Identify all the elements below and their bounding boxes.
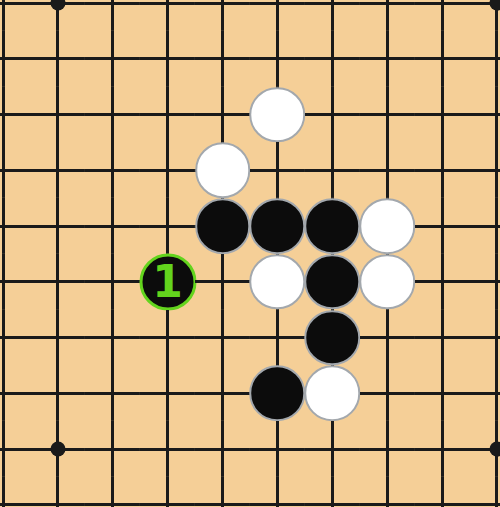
intersection[interactable] [0, 477, 30, 507]
intersection[interactable] [250, 365, 305, 421]
intersection[interactable] [0, 31, 30, 87]
intersection[interactable] [140, 0, 195, 31]
intersection[interactable] [85, 254, 140, 310]
intersection[interactable] [195, 142, 250, 198]
intersection[interactable] [85, 365, 140, 421]
intersection[interactable] [85, 310, 140, 366]
intersection[interactable] [415, 142, 470, 198]
intersection[interactable] [0, 198, 30, 254]
white-stone[interactable] [195, 143, 251, 199]
intersection[interactable] [250, 477, 305, 507]
intersection[interactable] [360, 142, 415, 198]
move-number-label: 1 [152, 260, 183, 304]
intersection[interactable] [0, 421, 30, 477]
intersection[interactable] [305, 365, 360, 421]
black-stone[interactable] [305, 310, 361, 366]
intersection[interactable] [85, 0, 140, 31]
intersection[interactable] [415, 477, 470, 507]
intersection[interactable] [469, 87, 500, 143]
black-stone[interactable] [195, 198, 251, 254]
black-stone[interactable] [305, 198, 361, 254]
intersection[interactable] [85, 87, 140, 143]
intersection[interactable]: 1 [140, 254, 195, 310]
intersection[interactable] [305, 87, 360, 143]
intersection[interactable] [469, 477, 500, 507]
intersection[interactable] [140, 87, 195, 143]
intersection[interactable] [360, 310, 415, 366]
intersection[interactable] [305, 421, 360, 477]
intersection[interactable] [250, 0, 305, 31]
intersection[interactable] [250, 198, 305, 254]
intersection[interactable] [305, 254, 360, 310]
intersection[interactable] [30, 254, 85, 310]
intersection[interactable] [30, 365, 85, 421]
intersection[interactable] [195, 421, 250, 477]
intersection[interactable] [30, 421, 85, 477]
intersection[interactable] [469, 421, 500, 477]
intersection[interactable] [469, 254, 500, 310]
intersection[interactable] [195, 31, 250, 87]
intersection[interactable] [250, 310, 305, 366]
white-stone[interactable] [359, 254, 415, 310]
intersection[interactable] [305, 198, 360, 254]
intersection[interactable] [469, 365, 500, 421]
white-stone[interactable] [305, 366, 361, 422]
intersection[interactable] [140, 142, 195, 198]
intersection[interactable] [140, 31, 195, 87]
intersection[interactable] [415, 421, 470, 477]
intersection[interactable] [85, 477, 140, 507]
intersection[interactable] [415, 198, 470, 254]
intersection[interactable] [469, 198, 500, 254]
white-stone[interactable] [359, 198, 415, 254]
intersection[interactable] [415, 310, 470, 366]
intersection[interactable] [140, 198, 195, 254]
intersection[interactable] [469, 31, 500, 87]
intersection[interactable] [469, 0, 500, 31]
star-point [489, 0, 500, 11]
star-point [489, 442, 500, 457]
intersection[interactable] [195, 477, 250, 507]
intersection[interactable] [30, 477, 85, 507]
intersection[interactable] [140, 477, 195, 507]
intersection[interactable] [360, 31, 415, 87]
intersection[interactable] [85, 31, 140, 87]
intersection[interactable] [469, 310, 500, 366]
intersection[interactable] [85, 142, 140, 198]
intersection[interactable] [469, 142, 500, 198]
intersection[interactable] [85, 421, 140, 477]
intersection[interactable] [250, 31, 305, 87]
white-stone[interactable] [250, 87, 306, 143]
intersection[interactable] [0, 87, 30, 143]
star-point [50, 442, 65, 457]
intersection[interactable] [415, 0, 470, 31]
intersection[interactable] [360, 254, 415, 310]
intersection[interactable] [415, 254, 470, 310]
intersection[interactable] [305, 142, 360, 198]
intersection[interactable] [195, 87, 250, 143]
intersection[interactable] [195, 254, 250, 310]
intersection[interactable] [30, 310, 85, 366]
intersection[interactable] [140, 365, 195, 421]
intersection[interactable] [30, 0, 85, 31]
black-stone[interactable] [250, 366, 306, 422]
intersection[interactable] [250, 421, 305, 477]
intersection[interactable] [0, 0, 30, 31]
intersection[interactable] [140, 310, 195, 366]
intersection[interactable] [360, 421, 415, 477]
black-stone[interactable] [250, 198, 306, 254]
intersection[interactable] [415, 31, 470, 87]
intersection[interactable] [305, 0, 360, 31]
black-stone[interactable] [305, 254, 361, 310]
intersection[interactable] [195, 365, 250, 421]
intersection[interactable] [250, 87, 305, 143]
star-point [50, 0, 65, 11]
intersection[interactable] [415, 365, 470, 421]
intersection[interactable] [30, 87, 85, 143]
goban-grid: 1 [0, 0, 500, 507]
intersection[interactable] [360, 365, 415, 421]
intersection[interactable] [415, 87, 470, 143]
intersection[interactable] [305, 477, 360, 507]
intersection[interactable] [360, 0, 415, 31]
white-stone[interactable] [250, 254, 306, 310]
intersection[interactable] [0, 142, 30, 198]
intersection[interactable] [0, 365, 30, 421]
intersection[interactable] [360, 198, 415, 254]
intersection[interactable] [305, 310, 360, 366]
intersection[interactable] [195, 198, 250, 254]
intersection[interactable] [0, 310, 30, 366]
intersection[interactable] [195, 0, 250, 31]
go-board: 1 [0, 0, 500, 507]
intersection[interactable] [305, 31, 360, 87]
intersection[interactable] [30, 198, 85, 254]
intersection[interactable] [30, 31, 85, 87]
intersection[interactable] [30, 142, 85, 198]
intersection[interactable] [85, 198, 140, 254]
intersection[interactable] [195, 310, 250, 366]
marked-black-stone[interactable]: 1 [139, 253, 196, 310]
intersection[interactable] [250, 254, 305, 310]
intersection[interactable] [0, 254, 30, 310]
intersection[interactable] [360, 477, 415, 507]
intersection[interactable] [250, 142, 305, 198]
intersection[interactable] [360, 87, 415, 143]
intersection[interactable] [140, 421, 195, 477]
